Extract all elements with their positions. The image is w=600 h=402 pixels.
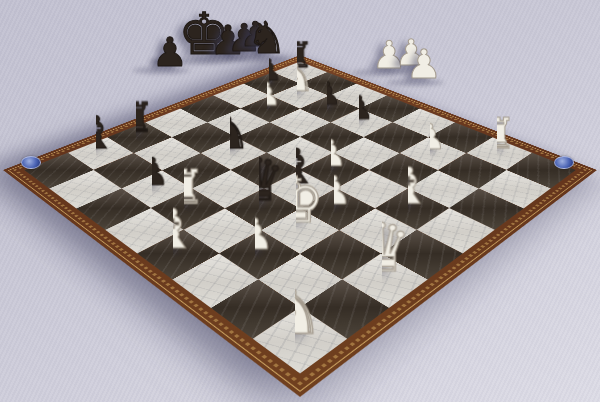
white-bishop-glyph: ♝: [386, 160, 431, 210]
board-grid: ♜♜♟♞♟♟♟♟♟♝♞♝♟♜♛♚♛♝♟♜♟♝♞: [24, 61, 576, 373]
white-knight-glyph: ♞: [267, 279, 324, 342]
captured-white-pawn: ♟: [406, 44, 442, 84]
square-h7[interactable]: [479, 170, 551, 208]
board-logo-sticker: [21, 156, 41, 169]
white-knight-glyph: ♞: [280, 58, 315, 97]
white-queen-glyph: ♛: [351, 215, 411, 282]
white-king-glyph: ♚: [268, 169, 325, 232]
white-rook-glyph: ♜: [478, 112, 516, 155]
white-pawn-glyph: ♟: [253, 79, 281, 110]
chess-board: ♜♜♟♞♟♟♟♟♟♝♞♝♟♜♛♚♛♝♟♜♟♝♞: [3, 55, 597, 397]
white-bishop-glyph: ♝: [149, 202, 198, 257]
black-pawn-glyph: ♟: [313, 79, 341, 110]
captured-black-knight: ♞: [247, 16, 286, 60]
white-pawn-glyph: ♟: [236, 213, 274, 256]
board-logo-sticker: [554, 156, 574, 169]
black-pawn-glyph: ♟: [344, 91, 373, 123]
table-cloth: ♜♜♟♞♟♟♟♟♟♝♞♝♟♜♛♚♛♝♟♜♟♝♞ ♟♚♟♟♟♞♟♟♟: [0, 0, 600, 402]
white-pawn-glyph: ♟: [414, 120, 445, 155]
square-g7[interactable]: [438, 153, 507, 188]
square-h3[interactable]: ♛: [343, 254, 428, 308]
black-rook-glyph: ♜: [118, 98, 155, 139]
black-bishop-glyph: ♝: [77, 110, 117, 154]
board-border: ♜♜♟♞♟♟♟♟♟♝♞♝♟♜♛♚♛♝♟♜♟♝♞: [3, 55, 597, 397]
